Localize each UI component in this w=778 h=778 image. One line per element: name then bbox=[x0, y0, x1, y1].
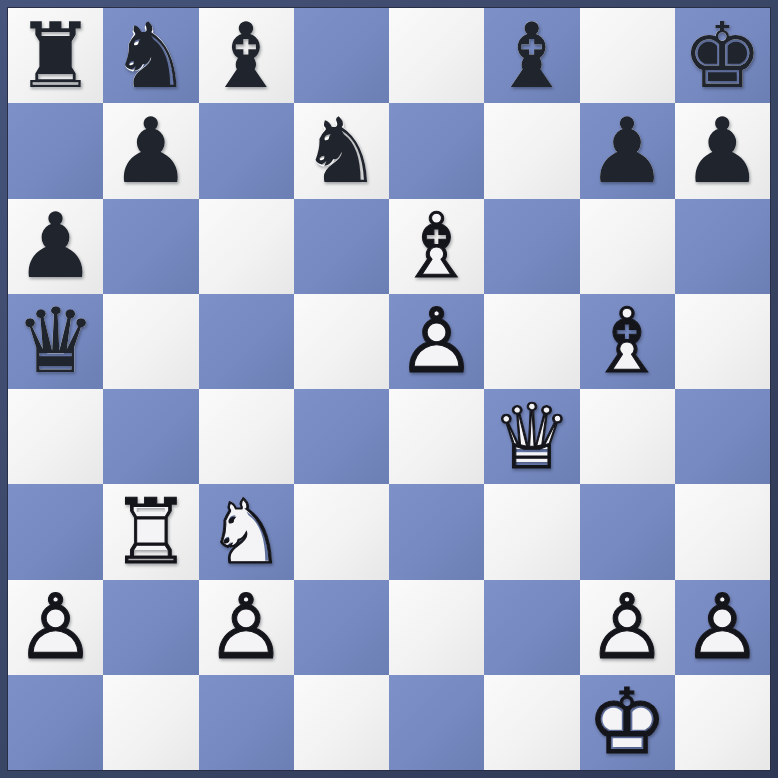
piece-glyph-overlay: ♙ bbox=[389, 294, 484, 389]
piece-glyph-overlay: ♙ bbox=[8, 580, 103, 675]
square-b2[interactable] bbox=[103, 580, 198, 675]
square-f8[interactable]: ♗♝ bbox=[484, 8, 579, 103]
piece-white-queen[interactable]: ♛♕ bbox=[484, 389, 579, 484]
square-c4[interactable] bbox=[199, 389, 294, 484]
square-g5[interactable]: ♝♗ bbox=[580, 294, 675, 389]
square-a8[interactable]: ♖♜ bbox=[8, 8, 103, 103]
piece-glyph-overlay: ♗ bbox=[389, 199, 484, 294]
square-g2[interactable]: ♟♙ bbox=[580, 580, 675, 675]
piece-glyph-overlay: ♜ bbox=[8, 8, 103, 103]
piece-glyph-overlay: ♚ bbox=[675, 8, 770, 103]
square-b5[interactable] bbox=[103, 294, 198, 389]
square-d8[interactable] bbox=[294, 8, 389, 103]
square-d1[interactable] bbox=[294, 675, 389, 770]
square-c3[interactable]: ♞♘ bbox=[199, 484, 294, 579]
square-g1[interactable]: ♚♔ bbox=[580, 675, 675, 770]
piece-black-pawn[interactable]: ♙♟ bbox=[103, 103, 198, 198]
square-h8[interactable]: ♔♚ bbox=[675, 8, 770, 103]
chess-board: ♖♜♘♞♗♝♗♝♔♚♙♟♘♞♙♟♙♟♙♟♝♗♕♛♟♙♝♗♛♕♜♖♞♘♟♙♟♙♟♙… bbox=[8, 8, 770, 770]
square-g8[interactable] bbox=[580, 8, 675, 103]
chess-board-frame: ♖♜♘♞♗♝♗♝♔♚♙♟♘♞♙♟♙♟♙♟♝♗♕♛♟♙♝♗♛♕♜♖♞♘♟♙♟♙♟♙… bbox=[0, 0, 778, 778]
square-f4[interactable]: ♛♕ bbox=[484, 389, 579, 484]
piece-glyph-overlay: ♛ bbox=[8, 294, 103, 389]
piece-black-queen[interactable]: ♕♛ bbox=[8, 294, 103, 389]
square-e6[interactable]: ♝♗ bbox=[389, 199, 484, 294]
square-a6[interactable]: ♙♟ bbox=[8, 199, 103, 294]
piece-white-pawn[interactable]: ♟♙ bbox=[389, 294, 484, 389]
piece-glyph-overlay: ♝ bbox=[484, 8, 579, 103]
square-d2[interactable] bbox=[294, 580, 389, 675]
piece-black-knight[interactable]: ♘♞ bbox=[294, 103, 389, 198]
square-h2[interactable]: ♟♙ bbox=[675, 580, 770, 675]
piece-glyph-overlay: ♔ bbox=[580, 675, 675, 770]
square-h7[interactable]: ♙♟ bbox=[675, 103, 770, 198]
piece-white-bishop[interactable]: ♝♗ bbox=[580, 294, 675, 389]
piece-glyph-overlay: ♗ bbox=[580, 294, 675, 389]
square-f6[interactable] bbox=[484, 199, 579, 294]
square-f3[interactable] bbox=[484, 484, 579, 579]
square-f2[interactable] bbox=[484, 580, 579, 675]
piece-white-rook[interactable]: ♜♖ bbox=[103, 484, 198, 579]
square-d3[interactable] bbox=[294, 484, 389, 579]
piece-black-pawn[interactable]: ♙♟ bbox=[8, 199, 103, 294]
piece-black-king[interactable]: ♔♚ bbox=[675, 8, 770, 103]
square-g6[interactable] bbox=[580, 199, 675, 294]
square-h6[interactable] bbox=[675, 199, 770, 294]
piece-black-bishop[interactable]: ♗♝ bbox=[484, 8, 579, 103]
piece-glyph-overlay: ♕ bbox=[484, 389, 579, 484]
square-c2[interactable]: ♟♙ bbox=[199, 580, 294, 675]
square-c1[interactable] bbox=[199, 675, 294, 770]
square-b1[interactable] bbox=[103, 675, 198, 770]
square-c5[interactable] bbox=[199, 294, 294, 389]
square-h5[interactable] bbox=[675, 294, 770, 389]
piece-glyph-overlay: ♙ bbox=[580, 580, 675, 675]
square-c6[interactable] bbox=[199, 199, 294, 294]
piece-glyph-overlay: ♝ bbox=[199, 8, 294, 103]
square-d4[interactable] bbox=[294, 389, 389, 484]
piece-white-pawn[interactable]: ♟♙ bbox=[8, 580, 103, 675]
square-g7[interactable]: ♙♟ bbox=[580, 103, 675, 198]
piece-black-knight[interactable]: ♘♞ bbox=[103, 8, 198, 103]
square-f7[interactable] bbox=[484, 103, 579, 198]
piece-glyph-overlay: ♟ bbox=[580, 103, 675, 198]
square-a5[interactable]: ♕♛ bbox=[8, 294, 103, 389]
piece-white-bishop[interactable]: ♝♗ bbox=[389, 199, 484, 294]
piece-black-pawn[interactable]: ♙♟ bbox=[580, 103, 675, 198]
square-h4[interactable] bbox=[675, 389, 770, 484]
square-a2[interactable]: ♟♙ bbox=[8, 580, 103, 675]
square-b7[interactable]: ♙♟ bbox=[103, 103, 198, 198]
square-f5[interactable] bbox=[484, 294, 579, 389]
piece-glyph-overlay: ♟ bbox=[103, 103, 198, 198]
piece-glyph-overlay: ♞ bbox=[294, 103, 389, 198]
piece-white-pawn[interactable]: ♟♙ bbox=[199, 580, 294, 675]
square-e2[interactable] bbox=[389, 580, 484, 675]
square-a3[interactable] bbox=[8, 484, 103, 579]
piece-white-knight[interactable]: ♞♘ bbox=[199, 484, 294, 579]
square-e8[interactable] bbox=[389, 8, 484, 103]
square-h1[interactable] bbox=[675, 675, 770, 770]
square-g3[interactable] bbox=[580, 484, 675, 579]
piece-glyph-overlay: ♖ bbox=[103, 484, 198, 579]
square-g4[interactable] bbox=[580, 389, 675, 484]
piece-glyph-overlay: ♟ bbox=[8, 199, 103, 294]
square-e4[interactable] bbox=[389, 389, 484, 484]
piece-white-pawn[interactable]: ♟♙ bbox=[580, 580, 675, 675]
square-e7[interactable] bbox=[389, 103, 484, 198]
square-a4[interactable] bbox=[8, 389, 103, 484]
square-a7[interactable] bbox=[8, 103, 103, 198]
square-b3[interactable]: ♜♖ bbox=[103, 484, 198, 579]
square-c8[interactable]: ♗♝ bbox=[199, 8, 294, 103]
square-f1[interactable] bbox=[484, 675, 579, 770]
piece-white-king[interactable]: ♚♔ bbox=[580, 675, 675, 770]
square-e5[interactable]: ♟♙ bbox=[389, 294, 484, 389]
square-e3[interactable] bbox=[389, 484, 484, 579]
square-a1[interactable] bbox=[8, 675, 103, 770]
piece-black-bishop[interactable]: ♗♝ bbox=[199, 8, 294, 103]
square-b6[interactable] bbox=[103, 199, 198, 294]
square-d5[interactable] bbox=[294, 294, 389, 389]
piece-black-pawn[interactable]: ♙♟ bbox=[675, 103, 770, 198]
piece-glyph-overlay: ♙ bbox=[199, 580, 294, 675]
piece-white-pawn[interactable]: ♟♙ bbox=[675, 580, 770, 675]
piece-glyph-overlay: ♞ bbox=[103, 8, 198, 103]
square-c7[interactable] bbox=[199, 103, 294, 198]
square-e1[interactable] bbox=[389, 675, 484, 770]
square-d6[interactable] bbox=[294, 199, 389, 294]
piece-glyph-overlay: ♟ bbox=[675, 103, 770, 198]
piece-glyph-overlay: ♙ bbox=[675, 580, 770, 675]
square-h3[interactable] bbox=[675, 484, 770, 579]
square-b4[interactable] bbox=[103, 389, 198, 484]
piece-black-rook[interactable]: ♖♜ bbox=[8, 8, 103, 103]
piece-glyph-overlay: ♘ bbox=[199, 484, 294, 579]
square-b8[interactable]: ♘♞ bbox=[103, 8, 198, 103]
square-d7[interactable]: ♘♞ bbox=[294, 103, 389, 198]
